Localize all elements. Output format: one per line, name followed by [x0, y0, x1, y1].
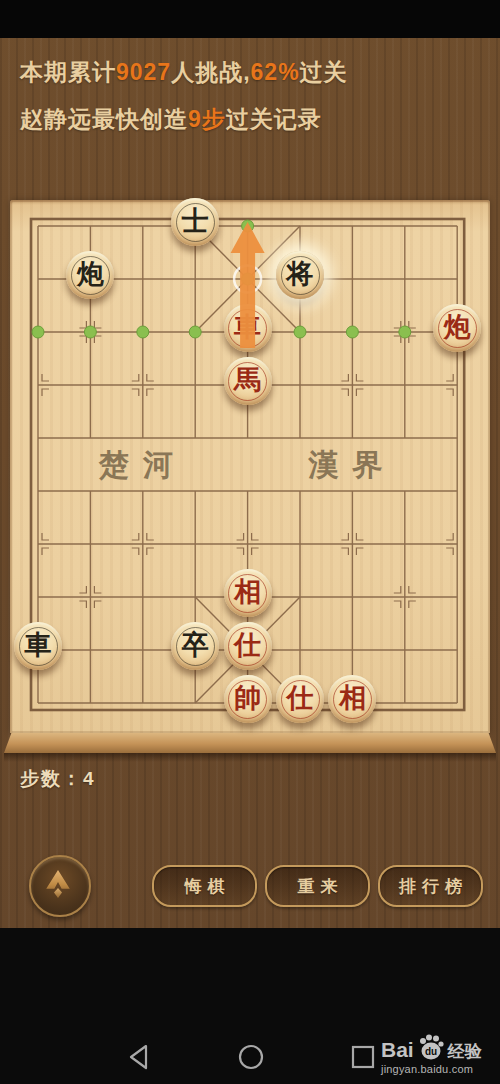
baidu-jingyan-watermark: Bai du 经验 jingyan.baidu.com: [381, 1030, 482, 1075]
baidu-du-text: du: [425, 1046, 437, 1057]
piece-character: 仕: [234, 632, 261, 659]
move-hint-dot[interactable]: [84, 326, 96, 338]
status-bar: [0, 0, 500, 38]
app-screen: 本期累计9027人挑战,62%过关 赵静远最快创造9步过关记录 楚河漢界 士炮将…: [0, 0, 500, 1084]
xiangqi-board[interactable]: 楚河漢界 士炮将車炮馬相卒車仕帥仕相: [10, 200, 490, 733]
piece-character: 車: [234, 314, 261, 341]
move-hint-dot[interactable]: [294, 326, 306, 338]
stats-text: 过关: [300, 59, 348, 85]
recents-button-icon[interactable]: [349, 1043, 377, 1071]
river-label-left: 楚河: [98, 448, 187, 481]
piece-character: 将: [287, 261, 314, 288]
back-button-icon[interactable]: [126, 1043, 154, 1071]
piece-black-chariot[interactable]: 車: [14, 622, 62, 670]
stats-text: 本期累计: [20, 59, 116, 85]
piece-character: 帥: [234, 685, 261, 712]
move-hint-dot[interactable]: [32, 326, 44, 338]
challenge-stats-line: 本期累计9027人挑战,62%过关: [20, 57, 348, 88]
record-text: 赵静远最快创造: [20, 106, 188, 132]
jingyan-suffix-text: 经验: [448, 1043, 482, 1060]
board-edge-shadow: [4, 753, 496, 762]
record-text: 过关记录: [226, 106, 322, 132]
piece-character: 相: [339, 685, 366, 712]
record-steps: 9步: [188, 106, 226, 132]
piece-black-general[interactable]: 将: [276, 251, 324, 299]
home-button-icon[interactable]: [237, 1043, 265, 1071]
piece-red-elephant[interactable]: 相: [224, 569, 272, 617]
move-counter: 步数：4: [20, 766, 96, 792]
undo-move-button[interactable]: 悔棋: [152, 865, 257, 907]
move-hint-dot[interactable]: [137, 326, 149, 338]
collapse-panel-button[interactable]: [29, 855, 91, 917]
baidu-paw-icon: du: [415, 1032, 445, 1062]
move-counter-value: 4: [83, 768, 96, 789]
move-hint-dot[interactable]: [242, 273, 254, 285]
stats-text: 人挑战,: [171, 59, 250, 85]
river-label-right: 漢界: [307, 448, 396, 481]
move-counter-label: 步数：: [20, 768, 83, 789]
piece-red-general[interactable]: 帥: [224, 675, 272, 723]
piece-black-advisor[interactable]: 士: [171, 198, 219, 246]
leaderboard-button[interactable]: 排行榜: [378, 865, 483, 907]
piece-red-horse[interactable]: 馬: [224, 357, 272, 405]
move-hint-dot[interactable]: [189, 326, 201, 338]
stats-participants-count: 9027: [116, 59, 171, 85]
piece-character: 士: [182, 208, 209, 235]
piece-character: 仕: [287, 685, 314, 712]
piece-red-cannon[interactable]: 炮: [433, 304, 481, 352]
piece-character: 炮: [444, 314, 471, 341]
piece-black-pawn[interactable]: 卒: [171, 622, 219, 670]
stats-pass-rate: 62%: [251, 59, 300, 85]
baidu-brand-text: Bai: [381, 1039, 414, 1060]
move-hint-dot[interactable]: [346, 326, 358, 338]
piece-red-advisor-2[interactable]: 仕: [276, 675, 324, 723]
record-stats-line: 赵静远最快创造9步过关记录: [20, 104, 322, 135]
piece-character: 卒: [182, 632, 209, 659]
piece-character: 馬: [234, 367, 261, 394]
chevron-diamond-icon: [54, 888, 62, 898]
board-bottom-edge: [4, 733, 496, 753]
restart-button[interactable]: 重来: [265, 865, 370, 907]
piece-character: 車: [25, 632, 52, 659]
piece-red-chariot[interactable]: 車: [224, 304, 272, 352]
move-hint-dot[interactable]: [399, 326, 411, 338]
watermark-url: jingyan.baidu.com: [381, 1063, 482, 1075]
piece-red-advisor[interactable]: 仕: [224, 622, 272, 670]
move-hint-dot[interactable]: [242, 220, 254, 232]
piece-character: 炮: [77, 261, 104, 288]
piece-character: 相: [234, 579, 261, 606]
